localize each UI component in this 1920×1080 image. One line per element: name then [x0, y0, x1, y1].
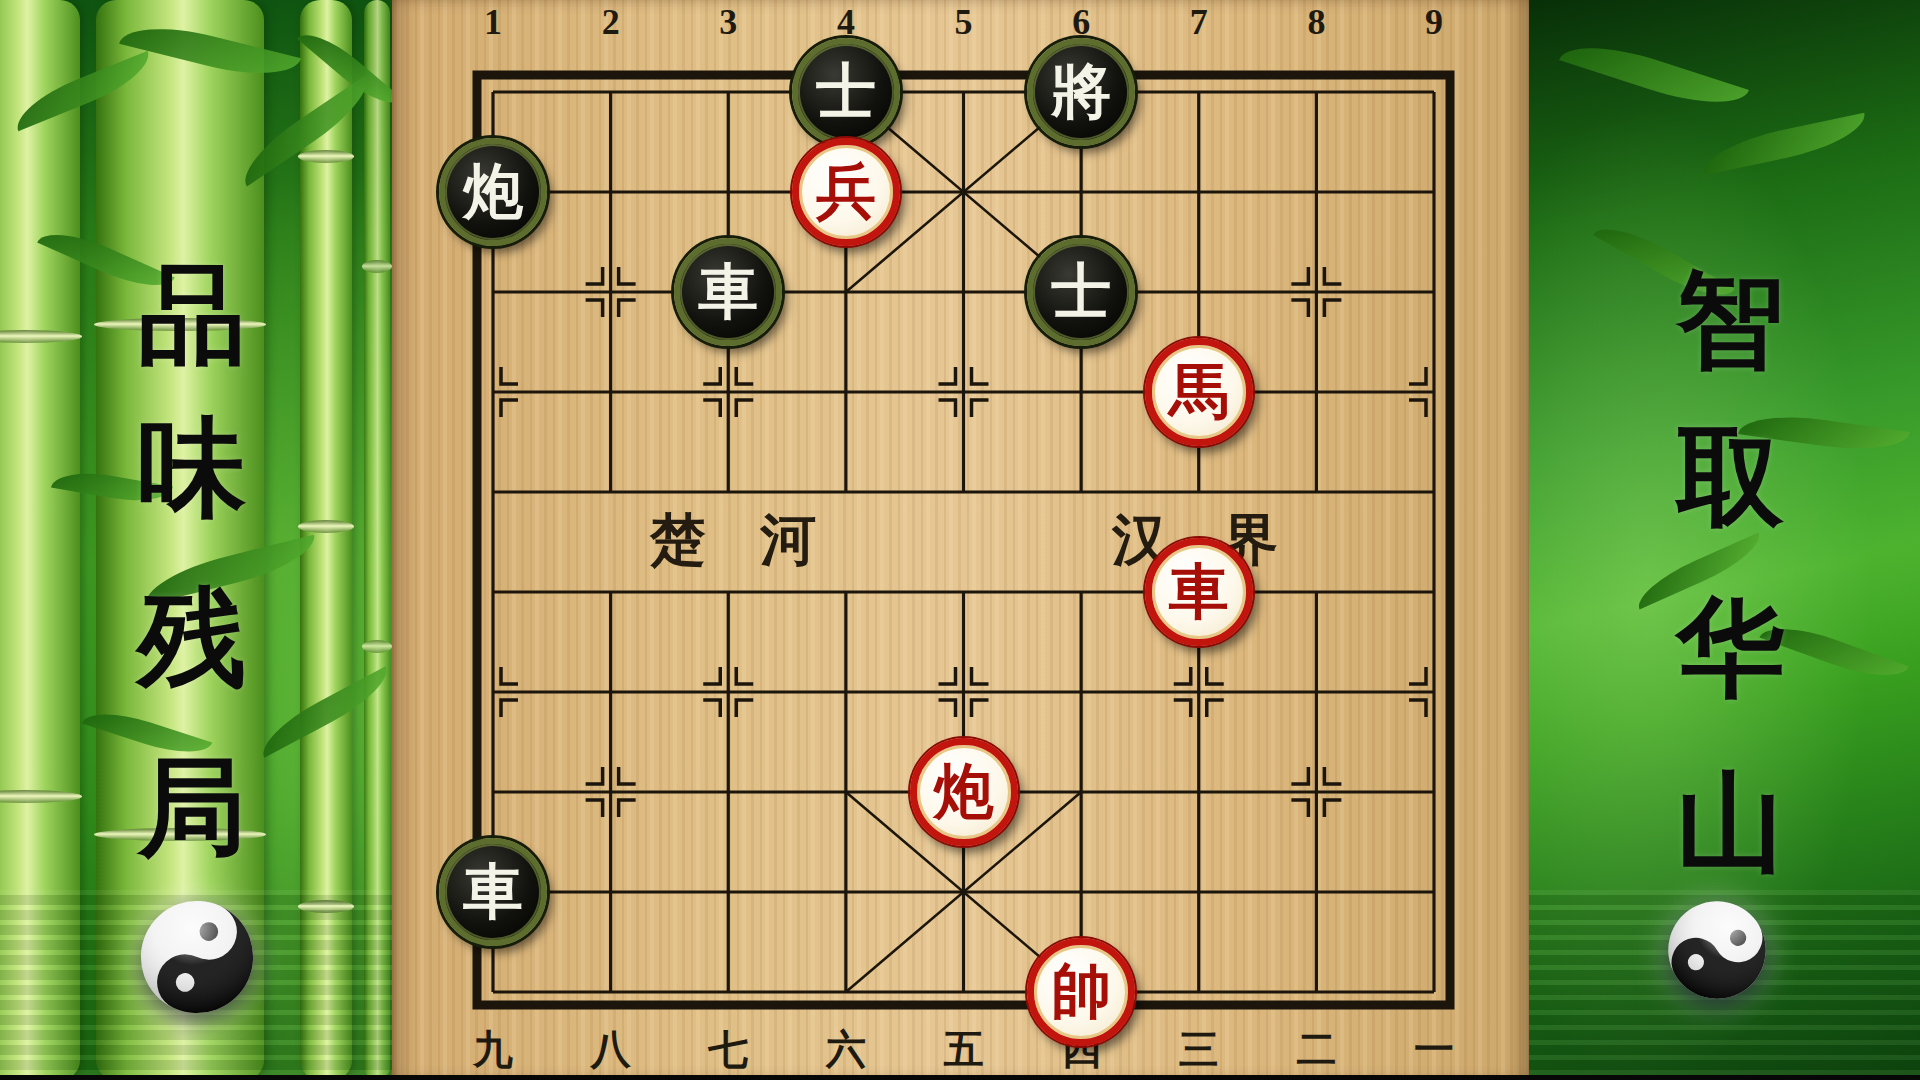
river-text: 楚 [650, 512, 706, 568]
bamboo-leaf-icon [1698, 113, 1870, 176]
piece-glyph: 兵 [816, 162, 876, 222]
file-label-bottom-7: 三 [1179, 1030, 1219, 1070]
piece-glyph: 車 [698, 262, 758, 322]
piece-black-chariot[interactable]: 車 [674, 238, 782, 346]
banner-char-left-4: 局 [138, 755, 246, 863]
stage: 品味残局 123456789九八七六五四三二一楚河汉界士將炮兵車士馬車炮車帥 [0, 0, 1920, 1080]
piece-black-general[interactable]: 將 [1027, 38, 1135, 146]
banner-char-left-1: 品 [138, 262, 246, 370]
piece-glyph: 馬 [1169, 362, 1229, 422]
file-label-top-3: 3 [719, 4, 737, 40]
piece-red-general[interactable]: 帥 [1027, 938, 1135, 1046]
piece-glyph: 帥 [1051, 962, 1111, 1022]
piece-glyph: 士 [1051, 262, 1111, 322]
piece-black-chariot[interactable]: 車 [439, 838, 547, 946]
left-bamboo-panel: 品味残局 [0, 0, 392, 1080]
banner-char-left-3: 残 [138, 585, 246, 693]
banner-char-right-1: 智 [1676, 267, 1784, 375]
banner-char-right-2: 取 [1676, 424, 1784, 532]
file-label-top-4: 4 [837, 4, 855, 40]
piece-glyph: 將 [1051, 62, 1111, 122]
banner-char-right-4: 山 [1676, 770, 1784, 878]
bottom-edge [0, 1075, 1920, 1080]
file-label-bottom-3: 七 [708, 1030, 748, 1070]
banner-char-right-3: 华 [1676, 595, 1784, 703]
file-label-top-1: 1 [484, 4, 502, 40]
file-label-top-6: 6 [1072, 4, 1090, 40]
piece-black-advisor[interactable]: 士 [1027, 238, 1135, 346]
file-label-bottom-9: 一 [1414, 1030, 1454, 1070]
river-text: 河 [760, 512, 816, 568]
file-label-top-2: 2 [602, 4, 620, 40]
file-label-bottom-2: 八 [591, 1030, 631, 1070]
file-label-top-7: 7 [1190, 4, 1208, 40]
piece-glyph: 炮 [934, 762, 994, 822]
piece-glyph: 車 [1169, 562, 1229, 622]
piece-red-horse[interactable]: 馬 [1145, 338, 1253, 446]
file-label-top-5: 5 [955, 4, 973, 40]
piece-red-chariot[interactable]: 車 [1145, 538, 1253, 646]
file-label-bottom-8: 二 [1296, 1030, 1336, 1070]
file-label-bottom-1: 九 [473, 1030, 513, 1070]
piece-black-advisor[interactable]: 士 [792, 38, 900, 146]
right-bamboo-panel: 智取华山 [1529, 0, 1920, 1080]
file-label-top-9: 9 [1425, 4, 1443, 40]
piece-glyph: 炮 [463, 162, 523, 222]
piece-glyph: 車 [463, 862, 523, 922]
banner-char-left-2: 味 [138, 415, 246, 523]
piece-glyph: 士 [816, 62, 876, 122]
bamboo-leaf-icon [1559, 31, 1749, 118]
piece-red-pawn[interactable]: 兵 [792, 138, 900, 246]
file-label-bottom-4: 六 [826, 1030, 866, 1070]
xiangqi-board: 123456789九八七六五四三二一楚河汉界士將炮兵車士馬車炮車帥 [392, 0, 1529, 1080]
file-label-top-8: 8 [1307, 4, 1325, 40]
piece-black-cannon[interactable]: 炮 [439, 138, 547, 246]
board-grid [392, 0, 1529, 1080]
yin-yang-icon [136, 896, 258, 1022]
piece-red-cannon[interactable]: 炮 [910, 738, 1018, 846]
yin-yang-icon [1664, 897, 1770, 1007]
file-label-bottom-5: 五 [944, 1030, 984, 1070]
